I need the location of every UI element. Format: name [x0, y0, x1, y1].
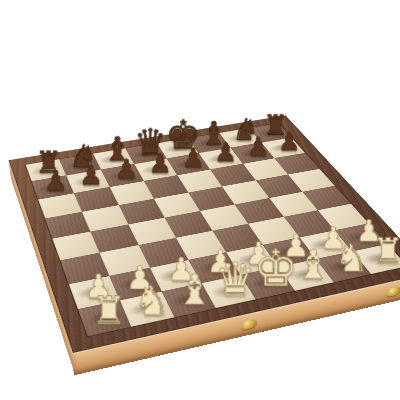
- piece-shadow: [323, 258, 363, 276]
- piece-shadow: [236, 147, 268, 159]
- piece-shadow: [36, 180, 69, 194]
- piece-shadow: [172, 158, 205, 170]
- piece-shadow: [208, 282, 248, 301]
- chess-set-product-photo: ♜♞♝♛♚♝♞♜♟♟♟♟♟♟♟♟♟♟♟♟♟♟♟♟♜♞♝♛♚♝♞♜: [0, 0, 400, 400]
- piece-shadow: [84, 308, 125, 329]
- piece-shadow: [360, 250, 400, 267]
- piece-shadow: [341, 229, 379, 245]
- brass-clasp-icon: [385, 285, 400, 297]
- piece-shadow: [168, 290, 209, 310]
- piece-shadow: [204, 152, 236, 164]
- piece-shadow: [286, 265, 326, 283]
- piece-shadow: [74, 282, 114, 301]
- piece-shadow: [255, 127, 286, 138]
- piece-shadow: [106, 169, 139, 182]
- piece-shadow: [267, 142, 299, 154]
- piece-shadow: [270, 243, 309, 260]
- piece-shadow: [233, 251, 272, 268]
- piece-shadow: [156, 266, 195, 284]
- piece-shadow: [247, 273, 287, 292]
- piece-shadow: [64, 158, 96, 171]
- square-d1: ♛: [201, 275, 256, 308]
- piece-shadow: [139, 163, 172, 176]
- piece-shadow: [306, 236, 344, 253]
- square-h4: [302, 186, 351, 211]
- piece-shadow: [115, 274, 154, 293]
- piece-shadow: [194, 137, 225, 149]
- piece-shadow: [71, 175, 104, 188]
- piece-shadow: [130, 148, 162, 160]
- piece-shadow: [30, 164, 62, 177]
- brass-clasp-icon: [241, 318, 258, 331]
- piece-shadow: [97, 153, 129, 165]
- piece-shadow: [126, 299, 167, 319]
- piece-shadow: [195, 258, 234, 276]
- folding-chess-board: ♜♞♝♛♚♝♞♜♟♟♟♟♟♟♟♟♟♟♟♟♟♟♟♟♜♞♝♛♚♝♞♜: [9, 115, 400, 353]
- piece-shadow: [162, 142, 194, 154]
- piece-shadow: [224, 132, 255, 143]
- walnut-board-frame: ♜♞♝♛♚♝♞♜♟♟♟♟♟♟♟♟♟♟♟♟♟♟♟♟♜♞♝♛♚♝♞♜: [9, 115, 400, 353]
